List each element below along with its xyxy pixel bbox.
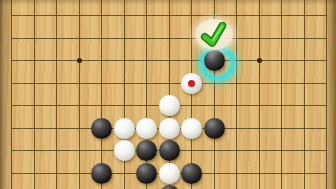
intersection-13-8[interactable] <box>293 162 316 185</box>
intersection-10-9[interactable] <box>225 184 248 189</box>
intersection-3-3[interactable] <box>68 49 91 72</box>
intersection-5-7[interactable] <box>113 139 136 162</box>
intersection-10-6[interactable] <box>225 117 248 140</box>
intersection-6-2[interactable] <box>135 27 158 50</box>
intersection-0-3[interactable] <box>0 49 23 72</box>
intersection-8-4[interactable] <box>180 72 203 95</box>
intersection-7-2[interactable] <box>158 27 181 50</box>
intersection-2-7[interactable] <box>45 139 68 162</box>
gomoku-board <box>0 0 336 189</box>
white-stone <box>159 118 180 139</box>
intersection-2-8[interactable] <box>45 162 68 185</box>
intersection-7-5[interactable] <box>158 94 181 117</box>
intersection-1-5[interactable] <box>23 94 46 117</box>
intersection-13-5[interactable] <box>293 94 316 117</box>
intersection-13-6[interactable] <box>293 117 316 140</box>
black-stone <box>204 118 225 139</box>
intersection-1-7[interactable] <box>23 139 46 162</box>
intersection-5-6[interactable] <box>113 117 136 140</box>
intersection-7-1[interactable] <box>158 4 181 27</box>
intersection-10-1[interactable] <box>225 4 248 27</box>
intersection-3-6[interactable] <box>68 117 91 140</box>
intersection-0-1[interactable] <box>0 4 23 27</box>
intersection-2-4[interactable] <box>45 72 68 95</box>
intersection-9-5[interactable] <box>203 94 226 117</box>
intersection-7-4[interactable] <box>158 72 181 95</box>
intersection-2-2[interactable] <box>45 27 68 50</box>
intersection-12-5[interactable] <box>270 94 293 117</box>
intersection-4-6[interactable] <box>90 117 113 140</box>
correct-move-badge <box>195 19 233 50</box>
intersection-1-9[interactable] <box>23 184 46 189</box>
intersection-1-1[interactable] <box>23 4 46 27</box>
intersection-7-3[interactable] <box>158 49 181 72</box>
intersection-4-8[interactable] <box>90 162 113 185</box>
intersection-9-3[interactable] <box>203 49 226 72</box>
intersection-3-7[interactable] <box>68 139 91 162</box>
intersection-4-5[interactable] <box>90 94 113 117</box>
intersection-2-6[interactable] <box>45 117 68 140</box>
intersection-0-2[interactable] <box>0 27 23 50</box>
intersection-4-1[interactable] <box>90 4 113 27</box>
intersection-14-8[interactable] <box>315 162 336 185</box>
intersection-3-2[interactable] <box>68 27 91 50</box>
intersection-3-8[interactable] <box>68 162 91 185</box>
intersection-12-4[interactable] <box>270 72 293 95</box>
intersection-14-3[interactable] <box>315 49 336 72</box>
intersection-10-7[interactable] <box>225 139 248 162</box>
intersection-11-6[interactable] <box>248 117 271 140</box>
intersection-3-9[interactable] <box>68 184 91 189</box>
black-stone <box>181 163 202 184</box>
intersection-9-6[interactable] <box>203 117 226 140</box>
intersection-5-9[interactable] <box>113 184 136 189</box>
intersection-12-2[interactable] <box>270 27 293 50</box>
intersection-14-5[interactable] <box>315 94 336 117</box>
intersection-8-9[interactable] <box>180 184 203 189</box>
intersection-9-8[interactable] <box>203 162 226 185</box>
intersection-5-4[interactable] <box>113 72 136 95</box>
intersection-12-3[interactable] <box>270 49 293 72</box>
black-stone <box>136 140 157 161</box>
intersection-4-7[interactable] <box>90 139 113 162</box>
intersection-14-1[interactable] <box>315 4 336 27</box>
intersection-9-7[interactable] <box>203 139 226 162</box>
black-stone <box>136 163 157 184</box>
intersection-12-1[interactable] <box>270 4 293 27</box>
intersection-12-8[interactable] <box>270 162 293 185</box>
intersection-2-5[interactable] <box>45 94 68 117</box>
intersection-1-6[interactable] <box>23 117 46 140</box>
intersection-3-5[interactable] <box>68 94 91 117</box>
white-stone <box>181 118 202 139</box>
star-point <box>257 58 262 63</box>
intersection-6-3[interactable] <box>135 49 158 72</box>
intersection-13-4[interactable] <box>293 72 316 95</box>
intersection-6-6[interactable] <box>135 117 158 140</box>
intersection-12-6[interactable] <box>270 117 293 140</box>
intersection-0-7[interactable] <box>0 139 23 162</box>
intersection-11-4[interactable] <box>248 72 271 95</box>
intersection-12-7[interactable] <box>270 139 293 162</box>
intersection-4-3[interactable] <box>90 49 113 72</box>
intersection-9-9[interactable] <box>203 184 226 189</box>
intersection-6-9[interactable] <box>135 184 158 189</box>
white-stone <box>159 95 180 116</box>
intersection-1-4[interactable] <box>23 72 46 95</box>
gomoku-board-viewport <box>0 0 336 189</box>
intersection-6-7[interactable] <box>135 139 158 162</box>
intersection-11-3[interactable] <box>248 49 271 72</box>
intersection-4-4[interactable] <box>90 72 113 95</box>
intersection-5-1[interactable] <box>113 4 136 27</box>
intersection-13-9[interactable] <box>293 184 316 189</box>
white-stone <box>114 140 135 161</box>
intersection-13-7[interactable] <box>293 139 316 162</box>
intersection-8-6[interactable] <box>180 117 203 140</box>
intersection-8-3[interactable] <box>180 49 203 72</box>
intersection-0-5[interactable] <box>0 94 23 117</box>
intersection-6-4[interactable] <box>135 72 158 95</box>
intersection-13-2[interactable] <box>293 27 316 50</box>
intersection-14-6[interactable] <box>315 117 336 140</box>
intersection-10-8[interactable] <box>225 162 248 185</box>
intersection-14-2[interactable] <box>315 27 336 50</box>
intersection-5-2[interactable] <box>113 27 136 50</box>
white-stone <box>181 73 202 94</box>
white-stone <box>114 118 135 139</box>
intersection-3-4[interactable] <box>68 72 91 95</box>
intersection-14-7[interactable] <box>315 139 336 162</box>
black-stone <box>159 185 180 189</box>
intersection-5-3[interactable] <box>113 49 136 72</box>
white-stone <box>136 118 157 139</box>
intersection-11-5[interactable] <box>248 94 271 117</box>
intersection-1-8[interactable] <box>23 162 46 185</box>
white-stone <box>159 163 180 184</box>
intersection-11-1[interactable] <box>248 4 271 27</box>
intersection-13-3[interactable] <box>293 49 316 72</box>
intersection-0-4[interactable] <box>0 72 23 95</box>
intersection-7-9[interactable] <box>158 184 181 189</box>
intersection-3-1[interactable] <box>68 4 91 27</box>
intersection-12-9[interactable] <box>270 184 293 189</box>
black-stone <box>91 118 112 139</box>
intersection-7-6[interactable] <box>158 117 181 140</box>
intersection-2-3[interactable] <box>45 49 68 72</box>
black-stone <box>159 140 180 161</box>
intersection-6-1[interactable] <box>135 4 158 27</box>
checkmark-icon <box>199 21 229 48</box>
intersection-13-1[interactable] <box>293 4 316 27</box>
intersection-0-8[interactable] <box>0 162 23 185</box>
last-move-dot <box>188 80 195 87</box>
intersection-11-7[interactable] <box>248 139 271 162</box>
star-point <box>77 58 82 63</box>
intersection-1-3[interactable] <box>23 49 46 72</box>
intersection-5-8[interactable] <box>113 162 136 185</box>
intersection-7-8[interactable] <box>158 162 181 185</box>
intersection-14-4[interactable] <box>315 72 336 95</box>
intersection-2-1[interactable] <box>45 4 68 27</box>
intersection-11-9[interactable] <box>248 184 271 189</box>
intersection-1-2[interactable] <box>23 27 46 50</box>
intersection-6-5[interactable] <box>135 94 158 117</box>
intersection-7-7[interactable] <box>158 139 181 162</box>
intersection-10-5[interactable] <box>225 94 248 117</box>
intersection-0-9[interactable] <box>0 184 23 189</box>
intersection-4-2[interactable] <box>90 27 113 50</box>
intersection-11-8[interactable] <box>248 162 271 185</box>
intersection-14-9[interactable] <box>315 184 336 189</box>
intersection-4-9[interactable] <box>90 184 113 189</box>
black-stone-highlighted <box>204 50 225 71</box>
black-stone <box>91 163 112 184</box>
intersection-8-7[interactable] <box>180 139 203 162</box>
intersection-0-6[interactable] <box>0 117 23 140</box>
intersection-8-8[interactable] <box>180 162 203 185</box>
intersection-11-2[interactable] <box>248 27 271 50</box>
intersection-6-8[interactable] <box>135 162 158 185</box>
intersection-2-9[interactable] <box>45 184 68 189</box>
intersection-5-5[interactable] <box>113 94 136 117</box>
intersection-8-5[interactable] <box>180 94 203 117</box>
